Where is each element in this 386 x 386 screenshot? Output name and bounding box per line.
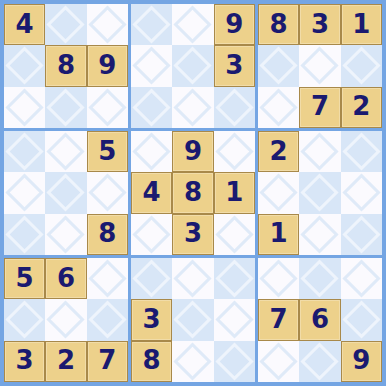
diamond-pattern [301, 47, 339, 85]
given-digit: 9 [184, 138, 202, 164]
given-digit: 9 [98, 52, 116, 78]
cell-r8c9[interactable] [341, 299, 382, 340]
cell-r5c9[interactable] [341, 172, 382, 213]
cell-r5c7[interactable] [258, 172, 299, 213]
given-digit: 9 [225, 11, 243, 37]
given-digit: 8 [270, 11, 288, 37]
cell-r9c9: 9 [341, 341, 382, 382]
diamond-pattern [88, 301, 126, 339]
given-digit: 4 [143, 179, 161, 205]
diamond-pattern [6, 133, 44, 171]
given-digit: 9 [352, 347, 370, 373]
diamond-pattern [215, 133, 253, 171]
cell-r7c4[interactable] [131, 258, 172, 299]
sudoku-board: 48993831725894813215632738769 [0, 0, 386, 386]
diamond-pattern [133, 47, 171, 85]
box-6: 21 [258, 131, 382, 255]
diamond-pattern [215, 215, 253, 253]
cell-r4c3: 5 [87, 131, 128, 172]
cell-r2c6: 3 [214, 45, 255, 86]
cell-r2c8[interactable] [299, 45, 340, 86]
diamond-pattern [133, 260, 171, 298]
diamond-pattern [133, 215, 171, 253]
diamond-pattern [215, 301, 253, 339]
diamond-pattern [174, 47, 212, 85]
cell-r9c7[interactable] [258, 341, 299, 382]
diamond-pattern [47, 133, 85, 171]
cell-r8c3[interactable] [87, 299, 128, 340]
diamond-pattern [6, 88, 44, 126]
cell-r4c6[interactable] [214, 131, 255, 172]
cell-r8c8: 6 [299, 299, 340, 340]
given-digit: 6 [57, 265, 75, 291]
diamond-pattern [301, 215, 339, 253]
cell-r3c3[interactable] [87, 87, 128, 128]
cell-r5c2[interactable] [45, 172, 86, 213]
diamond-pattern [6, 174, 44, 212]
cell-r1c6: 9 [214, 4, 255, 45]
diamond-pattern [88, 6, 126, 44]
diamond-pattern [260, 88, 298, 126]
given-digit: 3 [225, 52, 243, 78]
diamond-pattern [342, 174, 380, 212]
given-digit: 8 [184, 179, 202, 205]
given-digit: 3 [143, 306, 161, 332]
cell-r1c7: 8 [258, 4, 299, 45]
diamond-pattern [342, 215, 380, 253]
box-9: 769 [258, 258, 382, 382]
cell-r7c5[interactable] [172, 258, 213, 299]
box-8: 38 [131, 258, 255, 382]
diamond-pattern [174, 6, 212, 44]
cell-r3c4[interactable] [131, 87, 172, 128]
diamond-pattern [47, 6, 85, 44]
diamond-pattern [174, 260, 212, 298]
diamond-pattern [301, 342, 339, 380]
cell-r5c3[interactable] [87, 172, 128, 213]
cell-r9c6[interactable] [214, 341, 255, 382]
cell-r2c4[interactable] [131, 45, 172, 86]
cell-r1c2[interactable] [45, 4, 86, 45]
diamond-pattern [174, 88, 212, 126]
given-digit: 3 [184, 220, 202, 246]
cell-r8c4: 3 [131, 299, 172, 340]
box-1: 489 [4, 4, 128, 128]
cell-r4c7: 2 [258, 131, 299, 172]
cell-r7c7[interactable] [258, 258, 299, 299]
diamond-pattern [88, 174, 126, 212]
cell-r4c8[interactable] [299, 131, 340, 172]
cell-r9c8[interactable] [299, 341, 340, 382]
cell-r1c5[interactable] [172, 4, 213, 45]
cell-r1c1: 4 [4, 4, 45, 45]
cell-r6c3: 8 [87, 214, 128, 255]
cell-r5c6: 1 [214, 172, 255, 213]
cell-r4c2[interactable] [45, 131, 86, 172]
cell-r4c4[interactable] [131, 131, 172, 172]
cell-r6c1[interactable] [4, 214, 45, 255]
diamond-pattern [342, 133, 380, 171]
diamond-pattern [88, 260, 126, 298]
diamond-pattern [342, 260, 380, 298]
given-digit: 4 [16, 11, 34, 37]
diamond-pattern [47, 301, 85, 339]
cell-r6c5: 3 [172, 214, 213, 255]
diamond-pattern [133, 88, 171, 126]
diamond-pattern [6, 47, 44, 85]
cell-r7c1: 5 [4, 258, 45, 299]
diamond-pattern [47, 174, 85, 212]
cell-r9c1: 3 [4, 341, 45, 382]
cell-r6c4[interactable] [131, 214, 172, 255]
cell-r3c7[interactable] [258, 87, 299, 128]
cell-r7c6[interactable] [214, 258, 255, 299]
cell-r3c2[interactable] [45, 87, 86, 128]
given-digit: 1 [225, 179, 243, 205]
diamond-pattern [6, 301, 44, 339]
given-digit: 7 [270, 306, 288, 332]
cell-r8c5[interactable] [172, 299, 213, 340]
diamond-pattern [174, 342, 212, 380]
given-digit: 5 [98, 138, 116, 164]
cell-r7c9[interactable] [341, 258, 382, 299]
given-digit: 2 [57, 347, 75, 373]
cell-r9c3: 7 [87, 341, 128, 382]
cell-r4c1[interactable] [4, 131, 45, 172]
cell-r9c2: 2 [45, 341, 86, 382]
cell-r8c1[interactable] [4, 299, 45, 340]
given-digit: 8 [57, 52, 75, 78]
cell-r1c9: 1 [341, 4, 382, 45]
diamond-pattern [342, 47, 380, 85]
cell-r8c6[interactable] [214, 299, 255, 340]
cell-r5c1[interactable] [4, 172, 45, 213]
cell-r9c4: 8 [131, 341, 172, 382]
cell-r7c3[interactable] [87, 258, 128, 299]
cell-r4c5: 9 [172, 131, 213, 172]
diamond-pattern [301, 174, 339, 212]
diamond-pattern [133, 133, 171, 171]
cell-r7c8[interactable] [299, 258, 340, 299]
cell-r2c7[interactable] [258, 45, 299, 86]
cell-r5c5: 8 [172, 172, 213, 213]
diamond-pattern [47, 215, 85, 253]
diamond-pattern [133, 6, 171, 44]
diamond-pattern [174, 301, 212, 339]
cell-r2c5[interactable] [172, 45, 213, 86]
box-4: 58 [4, 131, 128, 255]
diamond-pattern [215, 88, 253, 126]
cell-r3c9: 2 [341, 87, 382, 128]
cell-r2c3: 9 [87, 45, 128, 86]
given-digit: 3 [311, 11, 329, 37]
cell-r1c8: 3 [299, 4, 340, 45]
cell-r9c5[interactable] [172, 341, 213, 382]
diamond-pattern [260, 342, 298, 380]
diamond-pattern [260, 174, 298, 212]
box-2: 93 [131, 4, 255, 128]
cell-r3c1[interactable] [4, 87, 45, 128]
given-digit: 1 [352, 11, 370, 37]
given-digit: 8 [143, 347, 161, 373]
cell-r6c9[interactable] [341, 214, 382, 255]
given-digit: 2 [352, 93, 370, 119]
cell-r1c3[interactable] [87, 4, 128, 45]
given-digit: 3 [16, 347, 34, 373]
box-5: 94813 [131, 131, 255, 255]
cell-r6c6[interactable] [214, 214, 255, 255]
given-digit: 5 [16, 265, 34, 291]
diamond-pattern [215, 260, 253, 298]
cell-r2c2: 8 [45, 45, 86, 86]
diamond-pattern [260, 260, 298, 298]
cell-r6c7: 1 [258, 214, 299, 255]
diamond-pattern [342, 301, 380, 339]
cell-r6c2[interactable] [45, 214, 86, 255]
cell-r7c2: 6 [45, 258, 86, 299]
diamond-pattern [301, 133, 339, 171]
given-digit: 7 [311, 93, 329, 119]
cell-r4c9[interactable] [341, 131, 382, 172]
cell-r8c2[interactable] [45, 299, 86, 340]
given-digit: 6 [311, 306, 329, 332]
given-digit: 7 [98, 347, 116, 373]
cell-r5c8[interactable] [299, 172, 340, 213]
diamond-pattern [6, 215, 44, 253]
diamond-pattern [215, 342, 253, 380]
cell-r3c6[interactable] [214, 87, 255, 128]
box-7: 56327 [4, 258, 128, 382]
cell-r3c5[interactable] [172, 87, 213, 128]
cell-r3c8: 7 [299, 87, 340, 128]
cell-r2c1[interactable] [4, 45, 45, 86]
cell-r1c4[interactable] [131, 4, 172, 45]
diamond-pattern [260, 47, 298, 85]
diamond-pattern [88, 88, 126, 126]
diamond-pattern [301, 260, 339, 298]
box-3: 83172 [258, 4, 382, 128]
given-digit: 1 [270, 220, 288, 246]
given-digit: 2 [270, 138, 288, 164]
cell-r8c7: 7 [258, 299, 299, 340]
cell-r2c9[interactable] [341, 45, 382, 86]
cell-r6c8[interactable] [299, 214, 340, 255]
given-digit: 8 [98, 220, 116, 246]
cell-r5c4: 4 [131, 172, 172, 213]
diamond-pattern [47, 88, 85, 126]
